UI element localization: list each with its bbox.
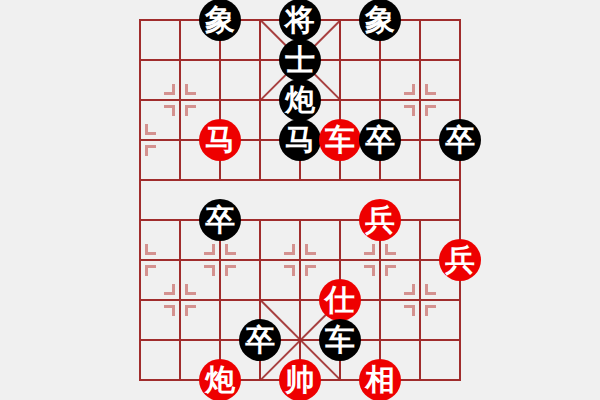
piece-red-cannon[interactable]: 炮 bbox=[199, 359, 241, 400]
piece-red-general[interactable]: 帅 bbox=[279, 359, 321, 400]
piece-black-soldier[interactable]: 卒 bbox=[439, 119, 481, 161]
piece-black-soldier[interactable]: 卒 bbox=[199, 199, 241, 241]
piece-red-elephant[interactable]: 相 bbox=[359, 359, 401, 400]
piece-black-soldier[interactable]: 卒 bbox=[359, 119, 401, 161]
piece-black-horse[interactable]: 马 bbox=[279, 119, 321, 161]
piece-red-soldier[interactable]: 兵 bbox=[439, 239, 481, 281]
piece-black-cannon[interactable]: 炮 bbox=[279, 79, 321, 121]
piece-red-chariot[interactable]: 车 bbox=[319, 119, 361, 161]
piece-black-soldier[interactable]: 卒 bbox=[239, 319, 281, 361]
piece-black-general[interactable]: 将 bbox=[279, 0, 321, 41]
piece-black-chariot[interactable]: 车 bbox=[319, 319, 361, 361]
piece-red-advisor[interactable]: 仕 bbox=[319, 279, 361, 321]
piece-red-soldier[interactable]: 兵 bbox=[359, 199, 401, 241]
xiangqi-diagram: 象将象士炮马马车卒卒卒兵兵仕卒车炮帅相 bbox=[0, 0, 600, 400]
xiangqi-board: 象将象士炮马马车卒卒卒兵兵仕卒车炮帅相 bbox=[140, 20, 460, 380]
piece-black-elephant[interactable]: 象 bbox=[359, 0, 401, 41]
piece-black-advisor[interactable]: 士 bbox=[279, 39, 321, 81]
piece-red-horse[interactable]: 马 bbox=[199, 119, 241, 161]
piece-black-elephant[interactable]: 象 bbox=[199, 0, 241, 41]
